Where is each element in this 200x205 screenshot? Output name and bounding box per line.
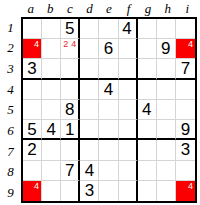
cell-h3[interactable] xyxy=(157,59,176,79)
cell-b5[interactable] xyxy=(42,100,61,120)
row-label-8: 8 xyxy=(1,162,20,183)
col-label-i: i xyxy=(177,0,197,16)
cell-d6[interactable] xyxy=(80,120,99,140)
sudoku-app: abcdefghi 123456789 54424694374845419237… xyxy=(0,0,200,205)
cell-i7[interactable]: 3 xyxy=(176,140,195,160)
row-label-9: 9 xyxy=(1,182,20,203)
cell-f8[interactable] xyxy=(119,161,138,181)
given-digit: 5 xyxy=(65,20,74,37)
highlighted-candidate-digit: 4 xyxy=(188,39,193,49)
given-digit: 3 xyxy=(85,182,94,199)
col-label-h: h xyxy=(158,0,178,16)
cell-f6[interactable] xyxy=(119,120,138,140)
col-label-e: e xyxy=(99,0,119,16)
cell-i6[interactable]: 9 xyxy=(176,120,195,140)
cell-e8[interactable] xyxy=(99,161,118,181)
cell-d4[interactable] xyxy=(80,80,99,100)
column-labels: abcdefghi xyxy=(21,0,197,16)
cell-a1[interactable] xyxy=(23,19,42,39)
given-digit: 4 xyxy=(142,101,151,118)
cell-b8[interactable] xyxy=(42,161,61,181)
cell-h6[interactable] xyxy=(157,120,176,140)
cell-b7[interactable] xyxy=(42,140,61,160)
given-digit: 1 xyxy=(65,121,74,138)
given-digit: 9 xyxy=(161,40,170,57)
col-label-a: a xyxy=(21,0,41,16)
cell-e1[interactable] xyxy=(99,19,118,39)
cell-b2[interactable] xyxy=(42,39,61,59)
cell-d2[interactable] xyxy=(80,39,99,59)
cell-g2[interactable] xyxy=(138,39,157,59)
cell-i9[interactable]: 4 xyxy=(176,181,195,201)
cell-a3[interactable]: 3 xyxy=(23,59,42,79)
cell-d3[interactable] xyxy=(80,59,99,79)
highlighted-candidate-digit: 4 xyxy=(188,181,193,191)
cell-h8[interactable] xyxy=(157,161,176,181)
cell-d7[interactable] xyxy=(80,140,99,160)
cell-g4[interactable] xyxy=(138,80,157,100)
row-label-1: 1 xyxy=(1,17,20,38)
cell-i1[interactable] xyxy=(176,19,195,39)
cell-a7[interactable]: 2 xyxy=(23,140,42,160)
cell-f2[interactable] xyxy=(119,39,138,59)
cell-c1[interactable]: 5 xyxy=(61,19,80,39)
sudoku-board: 544246943748454192374434 xyxy=(21,17,197,203)
cell-i4[interactable] xyxy=(176,80,195,100)
row-label-5: 5 xyxy=(1,100,20,121)
col-label-d: d xyxy=(80,0,100,16)
cell-a6[interactable]: 5 xyxy=(23,120,42,140)
cell-c5[interactable]: 8 xyxy=(61,100,80,120)
cell-i2[interactable]: 4 xyxy=(176,39,195,59)
col-label-b: b xyxy=(41,0,61,16)
cell-c8[interactable]: 7 xyxy=(61,161,80,181)
given-digit: 4 xyxy=(104,81,113,98)
cell-e4[interactable]: 4 xyxy=(99,80,118,100)
cell-a5[interactable] xyxy=(23,100,42,120)
col-label-c: c xyxy=(60,0,80,16)
cell-f3[interactable] xyxy=(119,59,138,79)
col-label-g: g xyxy=(138,0,158,16)
cell-e7[interactable] xyxy=(99,140,118,160)
cell-b1[interactable] xyxy=(42,19,61,39)
given-digit: 3 xyxy=(181,141,190,158)
cell-i3[interactable]: 7 xyxy=(176,59,195,79)
cell-h4[interactable] xyxy=(157,80,176,100)
cell-a8[interactable] xyxy=(23,161,42,181)
row-label-2: 2 xyxy=(1,38,20,59)
cell-g1[interactable] xyxy=(138,19,157,39)
cell-f1[interactable]: 4 xyxy=(119,19,138,39)
cell-c3[interactable] xyxy=(61,59,80,79)
given-digit: 2 xyxy=(27,141,36,158)
cell-c7[interactable] xyxy=(61,140,80,160)
given-digit: 5 xyxy=(27,121,36,138)
given-digit: 3 xyxy=(27,60,36,77)
cell-g9[interactable] xyxy=(138,181,157,201)
cell-h9[interactable] xyxy=(157,181,176,201)
row-label-7: 7 xyxy=(1,141,20,162)
pencil-mark-digit: 2 xyxy=(63,40,68,49)
cell-c9[interactable] xyxy=(61,181,80,201)
row-label-6: 6 xyxy=(1,120,20,141)
given-digit: 4 xyxy=(46,121,55,138)
pencil-mark-digit: 4 xyxy=(71,40,76,49)
cell-c2[interactable]: 24 xyxy=(61,39,80,59)
row-label-3: 3 xyxy=(1,58,20,79)
cell-e3[interactable] xyxy=(99,59,118,79)
cell-i8[interactable] xyxy=(176,161,195,181)
cell-f5[interactable] xyxy=(119,100,138,120)
highlighted-candidate-digit: 4 xyxy=(34,181,39,191)
cell-e9[interactable] xyxy=(99,181,118,201)
cell-e5[interactable] xyxy=(99,100,118,120)
cell-d8[interactable]: 4 xyxy=(80,161,99,181)
cell-a9[interactable]: 4 xyxy=(23,181,42,201)
cell-e6[interactable] xyxy=(99,120,118,140)
row-label-4: 4 xyxy=(1,79,20,100)
cell-h5[interactable] xyxy=(157,100,176,120)
cell-a2[interactable]: 4 xyxy=(23,39,42,59)
cell-c4[interactable] xyxy=(61,80,80,100)
cell-g3[interactable] xyxy=(138,59,157,79)
cell-d1[interactable] xyxy=(80,19,99,39)
given-digit: 7 xyxy=(181,60,190,77)
cell-h7[interactable] xyxy=(157,140,176,160)
given-digit: 7 xyxy=(65,162,74,179)
cell-g5[interactable]: 4 xyxy=(138,100,157,120)
cell-a4[interactable] xyxy=(23,80,42,100)
cell-g6[interactable] xyxy=(138,120,157,140)
given-digit: 9 xyxy=(181,121,190,138)
cell-h2[interactable]: 9 xyxy=(157,39,176,59)
cell-g7[interactable] xyxy=(138,140,157,160)
row-labels: 123456789 xyxy=(1,17,20,203)
cell-b3[interactable] xyxy=(42,59,61,79)
col-label-f: f xyxy=(119,0,139,16)
cell-f7[interactable] xyxy=(119,140,138,160)
cell-b9[interactable] xyxy=(42,181,61,201)
cell-f9[interactable] xyxy=(119,181,138,201)
cell-i5[interactable] xyxy=(176,100,195,120)
cell-c6[interactable]: 1 xyxy=(61,120,80,140)
cell-f4[interactable] xyxy=(119,80,138,100)
highlighted-candidate-digit: 4 xyxy=(34,39,39,49)
cell-b6[interactable]: 4 xyxy=(42,120,61,140)
given-digit: 4 xyxy=(85,162,94,179)
cell-d9[interactable]: 3 xyxy=(80,181,99,201)
given-digit: 4 xyxy=(122,20,131,37)
cell-e2[interactable]: 6 xyxy=(99,39,118,59)
cell-b4[interactable] xyxy=(42,80,61,100)
cell-d5[interactable] xyxy=(80,100,99,120)
cell-h1[interactable] xyxy=(157,19,176,39)
cell-g8[interactable] xyxy=(138,161,157,181)
given-digit: 6 xyxy=(104,40,113,57)
given-digit: 8 xyxy=(65,101,74,118)
